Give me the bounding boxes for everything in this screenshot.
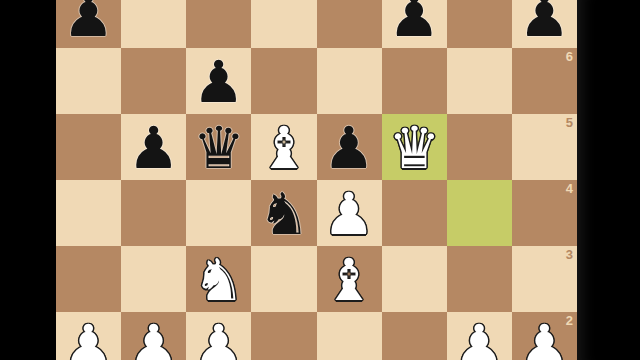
white-queen[interactable]: ♛	[388, 119, 440, 177]
square-g2[interactable]: ♟	[447, 312, 512, 360]
square-d4[interactable]: ♞	[251, 180, 316, 246]
square-a4[interactable]	[56, 180, 121, 246]
square-a3[interactable]	[56, 246, 121, 312]
square-h2[interactable]: 2♟	[512, 312, 577, 360]
square-d7[interactable]	[251, 0, 316, 48]
square-e5[interactable]: ♟	[317, 114, 382, 180]
square-b4[interactable]	[121, 180, 186, 246]
rank-label-4: 4	[566, 182, 573, 196]
black-pawn[interactable]: ♟	[388, 0, 440, 45]
square-h3[interactable]: 3	[512, 246, 577, 312]
square-e3[interactable]: ♝	[317, 246, 382, 312]
square-e6[interactable]	[317, 48, 382, 114]
black-pawn[interactable]: ♟	[518, 0, 570, 45]
square-b2[interactable]: ♟	[121, 312, 186, 360]
letterbox-right	[577, 0, 640, 360]
square-b6[interactable]	[121, 48, 186, 114]
square-f3[interactable]	[382, 246, 447, 312]
rank-label-5: 5	[566, 116, 573, 130]
square-b3[interactable]	[121, 246, 186, 312]
white-pawn[interactable]: ♟	[518, 317, 570, 360]
square-d2[interactable]	[251, 312, 316, 360]
square-c4[interactable]	[186, 180, 251, 246]
white-pawn[interactable]: ♟	[63, 317, 115, 360]
square-d5[interactable]: ♝	[251, 114, 316, 180]
letterbox-left	[0, 0, 56, 360]
square-f7[interactable]: ♟	[382, 0, 447, 48]
square-h5[interactable]: 5	[512, 114, 577, 180]
square-e7[interactable]	[317, 0, 382, 48]
square-f2[interactable]	[382, 312, 447, 360]
chess-board: ♟♟7♟♟6♟♛♝♟♛5♞♟4♞♝3♟♟♟♟2♟	[56, 0, 577, 360]
black-pawn[interactable]: ♟	[323, 119, 375, 177]
black-knight[interactable]: ♞	[258, 185, 310, 243]
square-c6[interactable]: ♟	[186, 48, 251, 114]
square-c7[interactable]	[186, 0, 251, 48]
square-g3[interactable]	[447, 246, 512, 312]
square-g4[interactable]	[447, 180, 512, 246]
white-bishop[interactable]: ♝	[323, 251, 375, 309]
square-a7[interactable]: ♟	[56, 0, 121, 48]
square-a5[interactable]	[56, 114, 121, 180]
black-pawn[interactable]: ♟	[63, 0, 115, 45]
square-b5[interactable]: ♟	[121, 114, 186, 180]
black-pawn[interactable]: ♟	[193, 53, 245, 111]
rank-label-3: 3	[566, 248, 573, 262]
rank-label-6: 6	[566, 50, 573, 64]
square-h4[interactable]: 4	[512, 180, 577, 246]
square-b7[interactable]	[121, 0, 186, 48]
square-a6[interactable]	[56, 48, 121, 114]
square-e4[interactable]: ♟	[317, 180, 382, 246]
white-bishop[interactable]: ♝	[258, 119, 310, 177]
white-pawn[interactable]: ♟	[128, 317, 180, 360]
white-pawn[interactable]: ♟	[193, 317, 245, 360]
square-a2[interactable]: ♟	[56, 312, 121, 360]
square-d6[interactable]	[251, 48, 316, 114]
black-queen[interactable]: ♛	[193, 119, 245, 177]
square-f4[interactable]	[382, 180, 447, 246]
black-pawn[interactable]: ♟	[128, 119, 180, 177]
square-c2[interactable]: ♟	[186, 312, 251, 360]
white-pawn[interactable]: ♟	[323, 185, 375, 243]
square-g6[interactable]	[447, 48, 512, 114]
square-d3[interactable]	[251, 246, 316, 312]
square-g5[interactable]	[447, 114, 512, 180]
white-pawn[interactable]: ♟	[453, 317, 505, 360]
square-h6[interactable]: 6	[512, 48, 577, 114]
video-frame: ♟♟7♟♟6♟♛♝♟♛5♞♟4♞♝3♟♟♟♟2♟	[0, 0, 640, 360]
white-knight[interactable]: ♞	[193, 251, 245, 309]
square-h7[interactable]: 7♟	[512, 0, 577, 48]
square-f5[interactable]: ♛	[382, 114, 447, 180]
square-e2[interactable]	[317, 312, 382, 360]
square-g7[interactable]	[447, 0, 512, 48]
square-c3[interactable]: ♞	[186, 246, 251, 312]
square-f6[interactable]	[382, 48, 447, 114]
square-c5[interactable]: ♛	[186, 114, 251, 180]
